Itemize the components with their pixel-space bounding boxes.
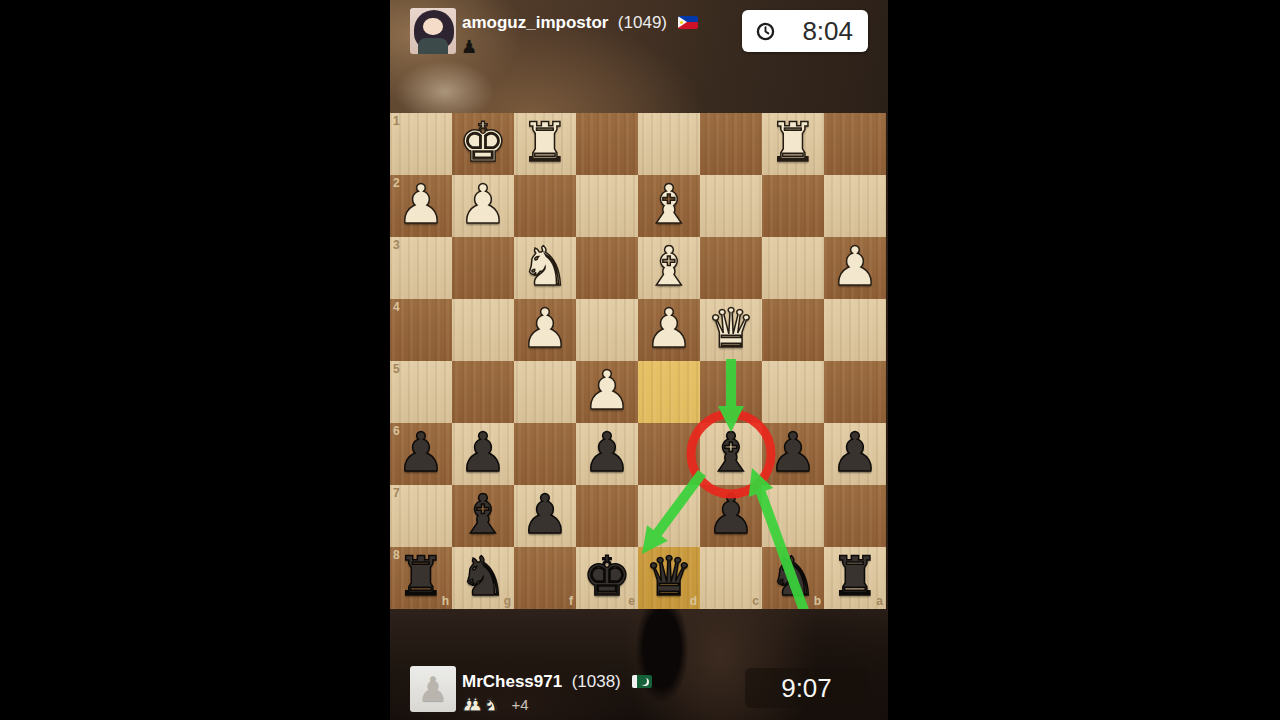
captured-knight-icon: ♞ xyxy=(483,695,499,715)
bottom-player-clock: 9:07 xyxy=(745,668,868,708)
white-pawn-a3[interactable]: ♟ xyxy=(824,237,886,299)
white-pawn-g2[interactable]: ♟ xyxy=(452,175,514,237)
bottom-player-avatar[interactable]: ♟ xyxy=(410,666,456,712)
white-pawn-e5[interactable]: ♟ xyxy=(576,361,638,423)
white-knight-f3[interactable]: ♞ xyxy=(514,237,576,299)
white-queen-c4[interactable]: ♛ xyxy=(700,299,762,361)
app-column: amoguz_impostor (1049) ♟ 8:04 12345678hg… xyxy=(390,0,888,720)
bottom-player-name-line: MrChess971 (1038) xyxy=(462,672,652,692)
black-pawn-e6[interactable]: ♟ xyxy=(576,423,638,485)
avatar-face-shape xyxy=(423,18,443,35)
black-pawn-c7[interactable]: ♟ xyxy=(700,485,762,547)
black-pawn-a6[interactable]: ♟ xyxy=(824,423,886,485)
bottom-clock-time: 9:07 xyxy=(781,673,832,704)
white-rook-b1[interactable]: ♜ xyxy=(762,113,824,175)
black-queen-d8[interactable]: ♛ xyxy=(638,547,700,609)
black-pawn-h6[interactable]: ♟ xyxy=(390,423,452,485)
bottom-player-rating: (1038) xyxy=(572,672,621,691)
pieces-layer[interactable]: ♚♜♜♟♟♝♞♝♟♟♟♛♟♟♟♟♝♟♟♝♟♟♜♞♚♛♞♜ xyxy=(390,113,886,609)
avatar-shirt-shape xyxy=(418,38,448,54)
white-bishop-d2[interactable]: ♝ xyxy=(638,175,700,237)
black-pawn-f7[interactable]: ♟ xyxy=(514,485,576,547)
black-pawn-b6[interactable]: ♟ xyxy=(762,423,824,485)
white-bishop-d3[interactable]: ♝ xyxy=(638,237,700,299)
white-pawn-h2[interactable]: ♟ xyxy=(390,175,452,237)
chess-board[interactable]: 12345678hgfedcba ♚♜♜♟♟♝♞♝♟♟♟♛♟♟♟♟♝♟♟♝♟♟♜… xyxy=(390,113,886,609)
white-pawn-d4[interactable]: ♟ xyxy=(638,299,700,361)
white-rook-f1[interactable]: ♜ xyxy=(514,113,576,175)
black-knight-g8[interactable]: ♞ xyxy=(452,547,514,609)
black-bishop-g7[interactable]: ♝ xyxy=(452,485,514,547)
pakistan-flag-icon xyxy=(632,675,652,688)
top-player-username: amoguz_impostor xyxy=(462,13,608,32)
white-king-g1[interactable]: ♚ xyxy=(452,113,514,175)
default-pawn-avatar-icon: ♟ xyxy=(410,666,456,712)
captured-pawn-icon: ♟ xyxy=(461,37,477,57)
black-king-e8[interactable]: ♚ xyxy=(576,547,638,609)
bottom-player-username: MrChess971 xyxy=(462,672,562,691)
top-player-rating: (1049) xyxy=(618,13,667,32)
top-player-avatar[interactable] xyxy=(410,8,456,54)
black-pawn-g6[interactable]: ♟ xyxy=(452,423,514,485)
bottom-player-captured-pieces: ♟♟♞+4 xyxy=(461,695,529,717)
philippines-flag-icon xyxy=(678,16,698,29)
black-bishop-c6[interactable]: ♝ xyxy=(700,423,762,485)
captured-pawn-icon: ♟ xyxy=(467,695,483,715)
black-rook-a8[interactable]: ♜ xyxy=(824,547,886,609)
black-rook-h8[interactable]: ♜ xyxy=(390,547,452,609)
clock-icon xyxy=(756,22,775,41)
screenshot-stage: amoguz_impostor (1049) ♟ 8:04 12345678hg… xyxy=(0,0,1280,720)
material-advantage-label: +4 xyxy=(511,695,528,715)
top-clock-time: 8:04 xyxy=(802,16,853,47)
top-player-name-line: amoguz_impostor (1049) xyxy=(462,13,698,33)
white-pawn-f4[interactable]: ♟ xyxy=(514,299,576,361)
top-player-clock: 8:04 xyxy=(742,10,868,52)
top-player-captured-pieces: ♟ xyxy=(461,37,477,59)
black-knight-b8[interactable]: ♞ xyxy=(762,547,824,609)
